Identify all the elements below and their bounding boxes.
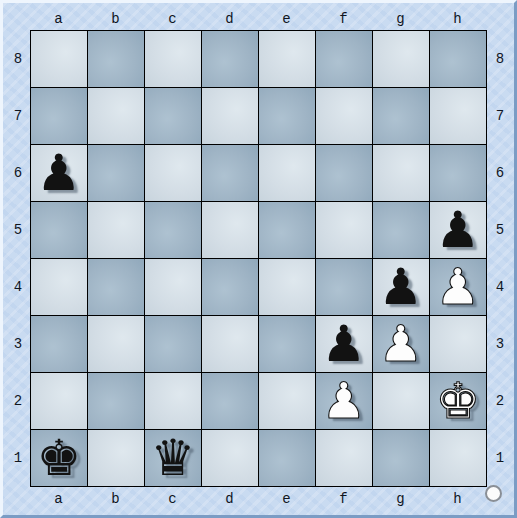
- square-d4[interactable]: [201, 258, 258, 315]
- square-f2[interactable]: ♟: [315, 372, 372, 429]
- file-label-c: c: [144, 9, 201, 29]
- square-e4[interactable]: [258, 258, 315, 315]
- square-c6[interactable]: [144, 144, 201, 201]
- square-g1[interactable]: [372, 429, 429, 486]
- square-b6[interactable]: [87, 144, 144, 201]
- square-d7[interactable]: [201, 87, 258, 144]
- file-label-a: a: [30, 9, 87, 29]
- square-a5[interactable]: [30, 201, 87, 258]
- white-pawn[interactable]: ♟: [436, 259, 481, 315]
- file-label-d: d: [201, 9, 258, 29]
- rank-label-6: 6: [7, 144, 29, 201]
- square-h1[interactable]: [429, 429, 486, 486]
- square-g7[interactable]: [372, 87, 429, 144]
- square-a7[interactable]: [30, 87, 87, 144]
- square-b1[interactable]: [87, 429, 144, 486]
- square-d8[interactable]: [201, 30, 258, 87]
- square-a1[interactable]: ♚: [30, 429, 87, 486]
- square-e1[interactable]: [258, 429, 315, 486]
- square-f4[interactable]: [315, 258, 372, 315]
- black-pawn[interactable]: ♟: [379, 259, 424, 315]
- black-king[interactable]: ♚: [37, 430, 82, 486]
- rank-label-2: 2: [489, 372, 511, 429]
- square-f8[interactable]: [315, 30, 372, 87]
- square-c2[interactable]: [144, 372, 201, 429]
- square-h5[interactable]: ♟: [429, 201, 486, 258]
- square-c4[interactable]: [144, 258, 201, 315]
- square-b8[interactable]: [87, 30, 144, 87]
- square-f7[interactable]: [315, 87, 372, 144]
- square-a8[interactable]: [30, 30, 87, 87]
- file-label-f: f: [315, 489, 372, 509]
- rank-label-8: 8: [7, 30, 29, 87]
- square-e5[interactable]: [258, 201, 315, 258]
- square-d6[interactable]: [201, 144, 258, 201]
- square-g3[interactable]: ♟: [372, 315, 429, 372]
- square-f3[interactable]: ♟: [315, 315, 372, 372]
- square-h3[interactable]: [429, 315, 486, 372]
- rank-label-7: 7: [7, 87, 29, 144]
- file-label-g: g: [372, 9, 429, 29]
- white-king[interactable]: ♚: [436, 373, 481, 429]
- square-a2[interactable]: [30, 372, 87, 429]
- file-label-h: h: [429, 9, 486, 29]
- rank-label-5: 5: [7, 201, 29, 258]
- rank-label-1: 1: [489, 429, 511, 486]
- square-b7[interactable]: [87, 87, 144, 144]
- file-labels-bottom: abcdefgh: [30, 489, 487, 509]
- rank-labels-left: 87654321: [7, 30, 29, 487]
- file-label-e: e: [258, 489, 315, 509]
- square-e8[interactable]: [258, 30, 315, 87]
- square-e6[interactable]: [258, 144, 315, 201]
- rank-label-4: 4: [7, 258, 29, 315]
- rank-label-1: 1: [7, 429, 29, 486]
- file-labels-top: abcdefgh: [30, 9, 487, 29]
- file-label-d: d: [201, 489, 258, 509]
- file-label-e: e: [258, 9, 315, 29]
- square-c3[interactable]: [144, 315, 201, 372]
- rank-labels-right: 87654321: [489, 30, 511, 487]
- square-d1[interactable]: [201, 429, 258, 486]
- rank-label-2: 2: [7, 372, 29, 429]
- rank-label-4: 4: [489, 258, 511, 315]
- square-c5[interactable]: [144, 201, 201, 258]
- file-label-f: f: [315, 9, 372, 29]
- square-a6[interactable]: ♟: [30, 144, 87, 201]
- square-h7[interactable]: [429, 87, 486, 144]
- square-b5[interactable]: [87, 201, 144, 258]
- black-pawn[interactable]: ♟: [37, 145, 82, 201]
- black-pawn[interactable]: ♟: [322, 316, 367, 372]
- square-c8[interactable]: [144, 30, 201, 87]
- square-b2[interactable]: [87, 372, 144, 429]
- file-label-c: c: [144, 489, 201, 509]
- white-pawn[interactable]: ♟: [379, 316, 424, 372]
- square-b3[interactable]: [87, 315, 144, 372]
- rank-label-6: 6: [489, 144, 511, 201]
- file-label-h: h: [429, 489, 486, 509]
- square-a3[interactable]: [30, 315, 87, 372]
- white-pawn[interactable]: ♟: [322, 373, 367, 429]
- file-label-g: g: [372, 489, 429, 509]
- square-d2[interactable]: [201, 372, 258, 429]
- square-e2[interactable]: [258, 372, 315, 429]
- file-label-a: a: [30, 489, 87, 509]
- side-to-move-indicator: [485, 485, 502, 502]
- square-h6[interactable]: [429, 144, 486, 201]
- square-b4[interactable]: [87, 258, 144, 315]
- square-g2[interactable]: [372, 372, 429, 429]
- black-queen[interactable]: ♛: [151, 430, 196, 486]
- square-d5[interactable]: [201, 201, 258, 258]
- chess-board[interactable]: ♟♟♟♟♟♟♟♚♚♛: [30, 30, 487, 487]
- rank-label-3: 3: [489, 315, 511, 372]
- chess-board-panel: abcdefgh 87654321 ♟♟♟♟♟♟♟♚♚♛ 87654321 ab…: [0, 0, 517, 518]
- rank-label-5: 5: [489, 201, 511, 258]
- square-g5[interactable]: [372, 201, 429, 258]
- rank-label-7: 7: [489, 87, 511, 144]
- black-pawn[interactable]: ♟: [436, 202, 481, 258]
- file-label-b: b: [87, 489, 144, 509]
- rank-label-8: 8: [489, 30, 511, 87]
- square-a4[interactable]: [30, 258, 87, 315]
- square-g4[interactable]: ♟: [372, 258, 429, 315]
- square-c7[interactable]: [144, 87, 201, 144]
- file-label-b: b: [87, 9, 144, 29]
- square-h8[interactable]: [429, 30, 486, 87]
- square-f6[interactable]: [315, 144, 372, 201]
- square-g6[interactable]: [372, 144, 429, 201]
- square-e7[interactable]: [258, 87, 315, 144]
- square-h4[interactable]: ♟: [429, 258, 486, 315]
- square-g8[interactable]: [372, 30, 429, 87]
- square-c1[interactable]: ♛: [144, 429, 201, 486]
- rank-label-3: 3: [7, 315, 29, 372]
- square-d3[interactable]: [201, 315, 258, 372]
- square-e3[interactable]: [258, 315, 315, 372]
- square-f1[interactable]: [315, 429, 372, 486]
- square-h2[interactable]: ♚: [429, 372, 486, 429]
- square-f5[interactable]: [315, 201, 372, 258]
